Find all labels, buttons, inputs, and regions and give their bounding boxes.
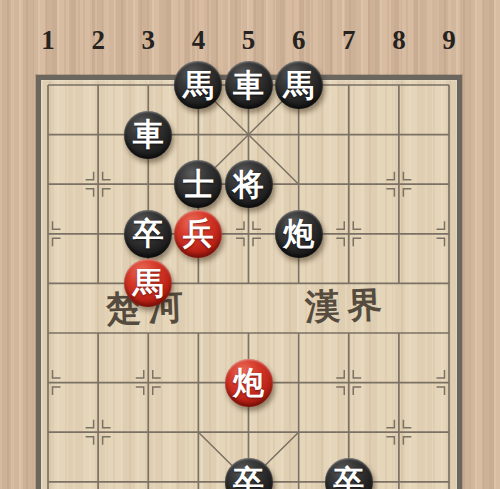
piece-black-horse[interactable]: 馬 (275, 61, 323, 109)
piece-black-chariot[interactable]: 車 (225, 61, 273, 109)
piece-black-cannon[interactable]: 炮 (275, 210, 323, 258)
piece-black-soldier[interactable]: 卒 (124, 210, 172, 258)
piece-red-cannon[interactable]: 炮 (225, 359, 273, 407)
river-label-right: 漢界 (304, 281, 390, 331)
piece-black-king[interactable]: 将 (225, 160, 273, 208)
piece-red-soldier[interactable]: 兵 (174, 210, 222, 258)
piece-black-chariot[interactable]: 車 (124, 111, 172, 159)
xiangqi-app: 1 2 3 4 5 6 7 8 9 楚河 漢界 馬 車 馬 車 士 将 卒 兵 … (0, 0, 500, 489)
